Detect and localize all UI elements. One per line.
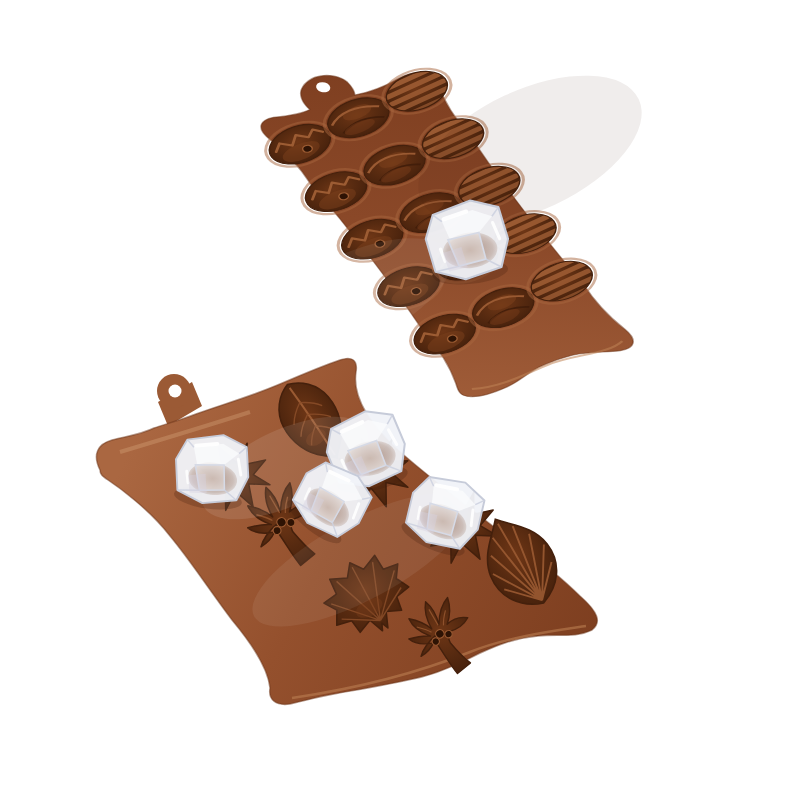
photo-canvas [0,0,800,800]
leaf-mold-hang-hole [169,385,182,398]
product-photo [0,0,800,800]
